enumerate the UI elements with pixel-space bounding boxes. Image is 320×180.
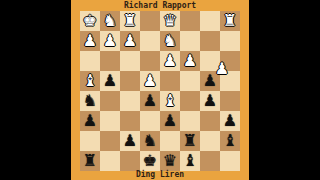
square-c5 [180,91,200,111]
piece-wP-h2: ♟ [83,33,97,49]
piece-wN-g1: ♞ [103,13,117,29]
square-d4 [160,71,180,91]
piece-wP-f2: ♟ [123,33,137,49]
square-d7 [160,131,180,151]
square-e2 [140,31,160,51]
square-d5: ♝ [160,91,180,111]
piece-bP-h6: ♟ [83,113,97,129]
square-h7 [80,131,100,151]
square-a5 [220,91,240,111]
piece-wP-g2: ♟ [103,33,117,49]
piece-bQ-d8: ♛ [163,153,177,169]
square-f6 [120,111,140,131]
piece-bP-e5: ♟ [143,93,157,109]
square-b2 [200,31,220,51]
square-h6: ♟ [80,111,100,131]
square-g5 [100,91,120,111]
bottom-player-name: Ding Liren [71,169,249,180]
square-e4: ♟ [140,71,160,91]
square-h3 [80,51,100,71]
square-b1 [200,11,220,31]
square-d8: ♛ [160,151,180,171]
square-h5: ♞ [80,91,100,111]
piece-bN-e7: ♞ [143,133,157,149]
piece-bN-h5: ♞ [83,93,97,109]
square-g2: ♟ [100,31,120,51]
piece-bB-a7: ♝ [223,133,237,149]
square-h2: ♟ [80,31,100,51]
piece-wK-h1: ♚ [83,13,97,29]
piece-wN-d2: ♞ [163,33,177,49]
square-h4: ♝ [80,71,100,91]
square-c4 [180,71,200,91]
square-c1 [180,11,200,31]
square-b8 [200,151,220,171]
square-f3 [120,51,140,71]
square-b5: ♟ [200,91,220,111]
piece-wR-f1: ♜ [123,13,137,29]
square-b6 [200,111,220,131]
square-g7 [100,131,120,151]
square-a2 [220,31,240,51]
piece-bP-g4: ♟ [103,73,117,89]
square-c2 [180,31,200,51]
square-g4: ♟ [100,71,120,91]
square-d3: ♟ [160,51,180,71]
square-f1: ♜ [120,11,140,31]
square-a7: ♝ [220,131,240,151]
piece-bP-d6: ♟ [163,113,177,129]
square-g1: ♞ [100,11,120,31]
square-f4 [120,71,140,91]
piece-wP-moving: ♟ [215,61,229,77]
piece-bP-a6: ♟ [223,113,237,129]
square-f8 [120,151,140,171]
square-c7: ♜ [180,131,200,151]
chess-board: ♚♞♜♛♜♟♟♟♞♟♟♝♟♟♟♞♟♝♟♟♟♟♟♞♜♝♜♚♛♝♟ [80,11,240,171]
piece-wP-e4: ♟ [143,73,157,89]
piece-wB-h4: ♝ [83,73,97,89]
piece-bB-c8: ♝ [183,153,197,169]
floating-piece-wP: ♟ [212,59,232,79]
square-e1 [140,11,160,31]
piece-wP-d3: ♟ [163,53,177,69]
square-e7: ♞ [140,131,160,151]
square-d1: ♛ [160,11,180,31]
square-e5: ♟ [140,91,160,111]
square-a1: ♜ [220,11,240,31]
piece-wB-d5: ♝ [163,93,177,109]
square-f2: ♟ [120,31,140,51]
square-b7 [200,131,220,151]
chess-gif-frame: Richard Rapport ♚♞♜♛♜♟♟♟♞♟♟♝♟♟♟♞♟♝♟♟♟♟♟♞… [0,0,320,180]
piece-bP-b5: ♟ [203,93,217,109]
square-a8 [220,151,240,171]
square-d2: ♞ [160,31,180,51]
square-f7: ♟ [120,131,140,151]
square-e6 [140,111,160,131]
square-g8 [100,151,120,171]
piece-bK-e8: ♚ [143,153,157,169]
piece-wP-c3: ♟ [183,53,197,69]
piece-wQ-d1: ♛ [163,13,177,29]
square-c6 [180,111,200,131]
piece-bR-h8: ♜ [83,153,97,169]
square-d6: ♟ [160,111,180,131]
square-a6: ♟ [220,111,240,131]
square-h8: ♜ [80,151,100,171]
square-e8: ♚ [140,151,160,171]
square-f5 [120,91,140,111]
square-c3: ♟ [180,51,200,71]
piece-bR-c7: ♜ [183,133,197,149]
square-c8: ♝ [180,151,200,171]
square-h1: ♚ [80,11,100,31]
top-player-name: Richard Rapport [71,0,249,11]
piece-wR-a1: ♜ [223,13,237,29]
square-g6 [100,111,120,131]
piece-bP-f7: ♟ [123,133,137,149]
square-e3 [140,51,160,71]
square-g3 [100,51,120,71]
